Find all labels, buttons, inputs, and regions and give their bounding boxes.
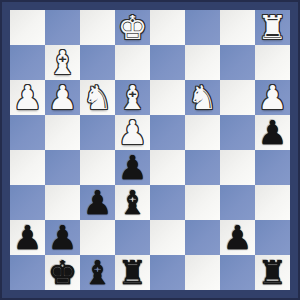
square-a3[interactable]: ♟	[255, 80, 290, 115]
square-a1[interactable]: ♜	[255, 10, 290, 45]
square-d4[interactable]	[150, 115, 185, 150]
square-e5[interactable]: ♟	[115, 150, 150, 185]
square-a6[interactable]	[255, 185, 290, 220]
square-f4[interactable]	[80, 115, 115, 150]
square-f3[interactable]: ♞	[80, 80, 115, 115]
square-b3[interactable]	[220, 80, 255, 115]
square-g4[interactable]	[45, 115, 80, 150]
black-king: ♚	[48, 255, 78, 290]
square-h5[interactable]	[10, 150, 45, 185]
square-f7[interactable]	[80, 220, 115, 255]
white-knight: ♞	[188, 80, 218, 115]
square-h7[interactable]: ♟	[10, 220, 45, 255]
white-pawn: ♟	[13, 80, 43, 115]
square-g1[interactable]	[45, 10, 80, 45]
square-f8[interactable]: ♝	[80, 255, 115, 290]
square-h3[interactable]: ♟	[10, 80, 45, 115]
white-pawn: ♟	[48, 80, 78, 115]
square-c1[interactable]	[185, 10, 220, 45]
black-bishop: ♝	[83, 255, 113, 290]
square-e7[interactable]	[115, 220, 150, 255]
square-c3[interactable]: ♞	[185, 80, 220, 115]
square-d5[interactable]	[150, 150, 185, 185]
square-h4[interactable]	[10, 115, 45, 150]
square-c4[interactable]	[185, 115, 220, 150]
black-pawn: ♟	[118, 150, 148, 185]
square-g2[interactable]: ♝	[45, 45, 80, 80]
square-h8[interactable]	[10, 255, 45, 290]
square-b5[interactable]	[220, 150, 255, 185]
black-bishop: ♝	[118, 185, 148, 220]
chess-board: ♚♜♝♟♟♞♝♞♟♟♟♟♟♝♟♟♟♚♝♜♜	[10, 10, 290, 290]
board-frame: ♚♜♝♟♟♞♝♞♟♟♟♟♟♝♟♟♟♚♝♜♜	[0, 0, 300, 300]
black-pawn: ♟	[13, 220, 43, 255]
square-f6[interactable]: ♟	[80, 185, 115, 220]
square-e3[interactable]: ♝	[115, 80, 150, 115]
square-b4[interactable]	[220, 115, 255, 150]
square-d3[interactable]	[150, 80, 185, 115]
square-f1[interactable]	[80, 10, 115, 45]
white-bishop: ♝	[48, 45, 78, 80]
square-a4[interactable]: ♟	[255, 115, 290, 150]
white-bishop: ♝	[118, 80, 148, 115]
square-c5[interactable]	[185, 150, 220, 185]
black-pawn: ♟	[83, 185, 113, 220]
square-a7[interactable]	[255, 220, 290, 255]
black-pawn: ♟	[223, 220, 253, 255]
white-king: ♚	[118, 10, 148, 45]
square-b7[interactable]: ♟	[220, 220, 255, 255]
square-g6[interactable]	[45, 185, 80, 220]
square-g5[interactable]	[45, 150, 80, 185]
square-d6[interactable]	[150, 185, 185, 220]
square-g7[interactable]: ♟	[45, 220, 80, 255]
square-b6[interactable]	[220, 185, 255, 220]
square-e1[interactable]: ♚	[115, 10, 150, 45]
square-e4[interactable]: ♟	[115, 115, 150, 150]
square-g3[interactable]: ♟	[45, 80, 80, 115]
square-b8[interactable]	[220, 255, 255, 290]
square-c7[interactable]	[185, 220, 220, 255]
square-a8[interactable]: ♜	[255, 255, 290, 290]
square-g8[interactable]: ♚	[45, 255, 80, 290]
square-e6[interactable]: ♝	[115, 185, 150, 220]
square-d7[interactable]	[150, 220, 185, 255]
square-f5[interactable]	[80, 150, 115, 185]
square-b2[interactable]	[220, 45, 255, 80]
square-h6[interactable]	[10, 185, 45, 220]
square-d1[interactable]	[150, 10, 185, 45]
square-d8[interactable]	[150, 255, 185, 290]
square-f2[interactable]	[80, 45, 115, 80]
black-pawn: ♟	[48, 220, 78, 255]
square-c8[interactable]	[185, 255, 220, 290]
square-a5[interactable]	[255, 150, 290, 185]
square-e2[interactable]	[115, 45, 150, 80]
square-a2[interactable]	[255, 45, 290, 80]
white-rook: ♜	[258, 10, 288, 45]
square-h2[interactable]	[10, 45, 45, 80]
black-rook: ♜	[118, 255, 148, 290]
square-d2[interactable]	[150, 45, 185, 80]
square-c6[interactable]	[185, 185, 220, 220]
black-pawn: ♟	[258, 115, 288, 150]
square-h1[interactable]	[10, 10, 45, 45]
black-rook: ♜	[258, 255, 288, 290]
white-pawn: ♟	[258, 80, 288, 115]
square-c2[interactable]	[185, 45, 220, 80]
square-b1[interactable]	[220, 10, 255, 45]
square-e8[interactable]: ♜	[115, 255, 150, 290]
white-knight: ♞	[83, 80, 113, 115]
white-pawn: ♟	[118, 115, 148, 150]
